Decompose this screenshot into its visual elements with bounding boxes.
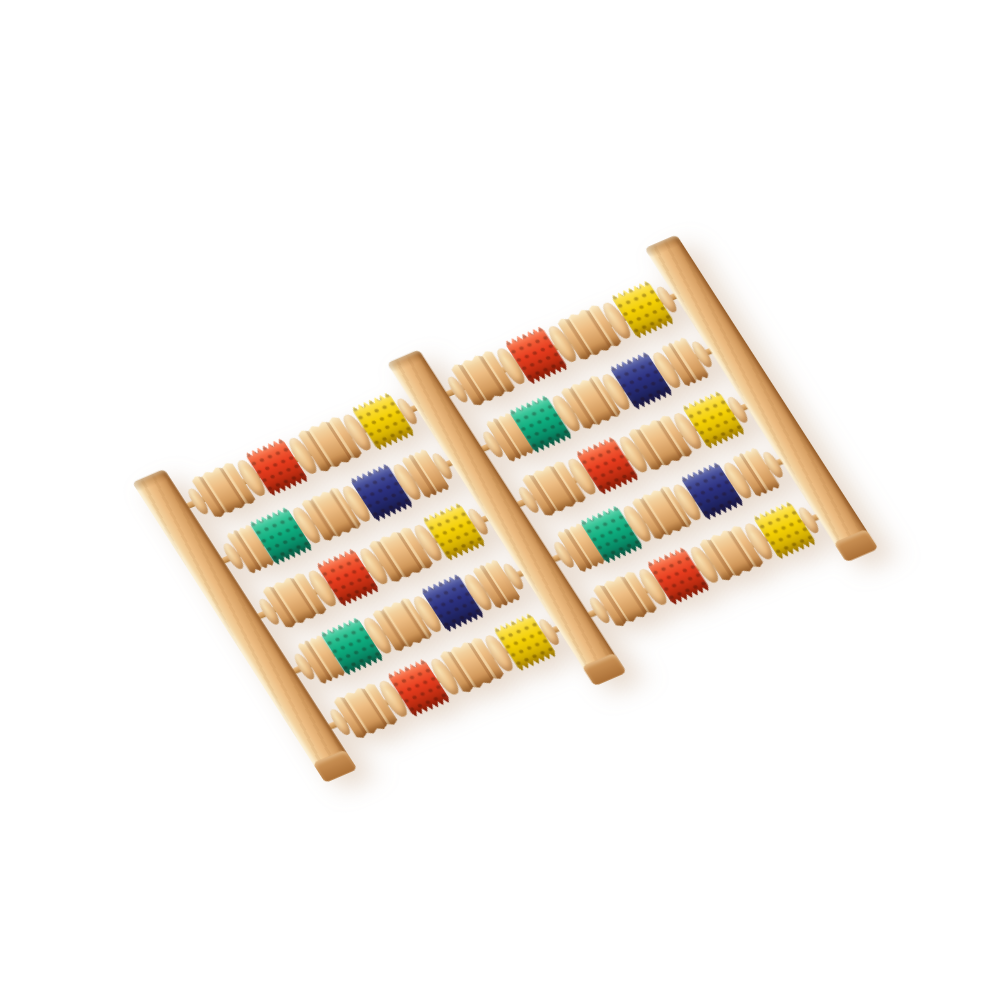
rail-end-cap [582,653,627,686]
rail-end-top [645,235,683,259]
rail-end-cap [313,750,358,783]
white-studio-background [0,0,1000,1000]
wooden-foot-massage-roller [135,250,870,773]
rail-end-top [132,469,170,493]
rail-end-top [387,349,425,373]
rail-end-cap [834,529,879,562]
